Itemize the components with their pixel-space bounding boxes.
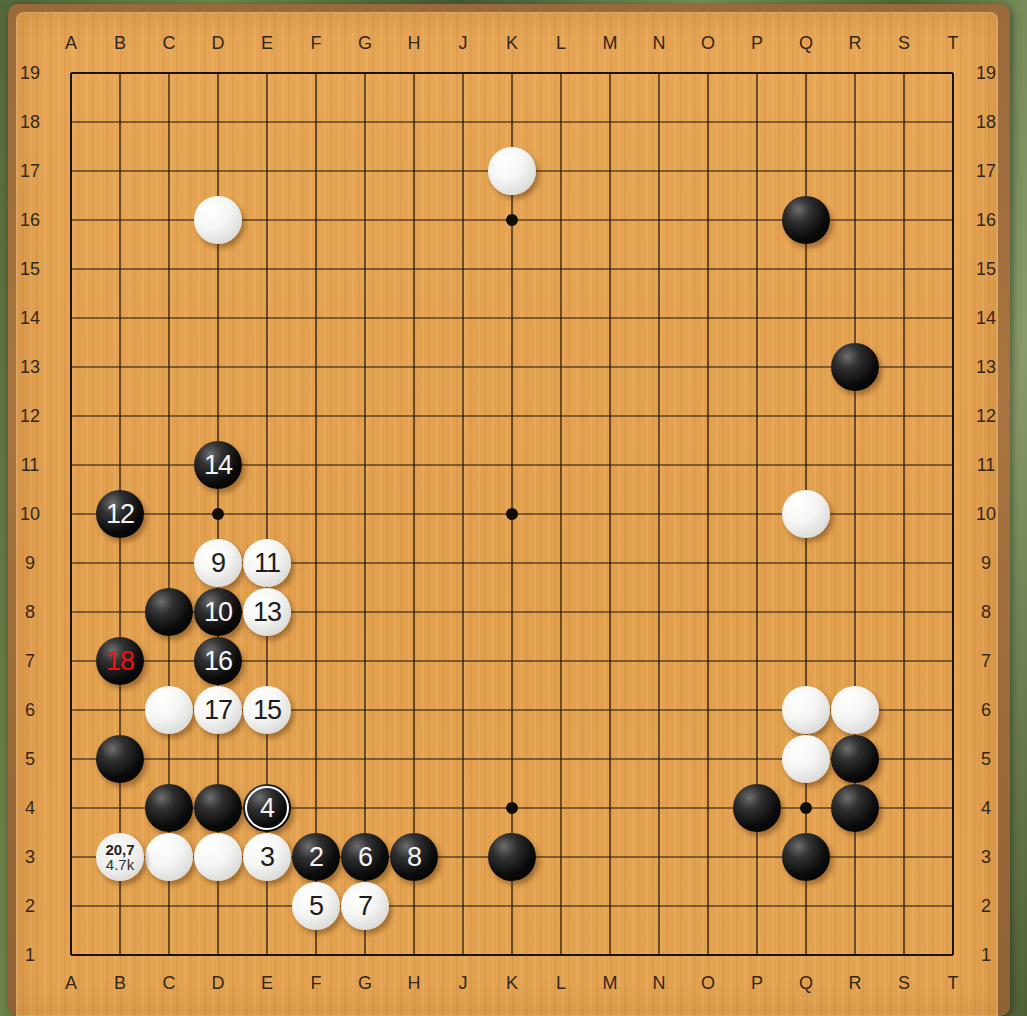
move-number: 10 bbox=[204, 597, 232, 628]
coord-label-right-1: 1 bbox=[981, 945, 991, 966]
ai-winrate-text: 20,7 bbox=[105, 842, 134, 857]
coord-label-top-A: A bbox=[65, 33, 77, 54]
move-11-stone-white-E9[interactable]: 11 bbox=[243, 539, 291, 587]
coord-label-top-O: O bbox=[701, 33, 715, 54]
move-9-stone-white-D9[interactable]: 9 bbox=[194, 539, 242, 587]
coord-label-bottom-A: A bbox=[65, 973, 77, 994]
coord-label-left-19: 19 bbox=[20, 63, 40, 84]
stone-black-R13[interactable] bbox=[831, 343, 879, 391]
stone-black-C8[interactable] bbox=[145, 588, 193, 636]
stone-white-C3[interactable] bbox=[145, 833, 193, 881]
move-number: 14 bbox=[204, 450, 232, 481]
move-number: 13 bbox=[253, 597, 281, 628]
stone-white-Q6[interactable] bbox=[782, 686, 830, 734]
coord-label-left-2: 2 bbox=[25, 896, 35, 917]
coord-label-bottom-T: T bbox=[948, 973, 959, 994]
stone-black-C4[interactable] bbox=[145, 784, 193, 832]
coord-label-left-3: 3 bbox=[25, 847, 35, 868]
stone-black-B5[interactable] bbox=[96, 735, 144, 783]
stone-white-D3[interactable] bbox=[194, 833, 242, 881]
star-point-D10 bbox=[212, 508, 224, 520]
coord-label-right-8: 8 bbox=[981, 602, 991, 623]
coord-label-bottom-M: M bbox=[603, 973, 618, 994]
coord-label-right-11: 11 bbox=[977, 455, 996, 476]
coord-label-top-C: C bbox=[163, 33, 176, 54]
coord-label-bottom-J: J bbox=[459, 973, 468, 994]
coord-label-top-K: K bbox=[506, 33, 518, 54]
stone-white-Q10[interactable] bbox=[782, 490, 830, 538]
coord-label-left-6: 6 bbox=[25, 700, 35, 721]
coord-label-left-8: 8 bbox=[25, 602, 35, 623]
coord-label-bottom-E: E bbox=[261, 973, 273, 994]
coord-label-right-17: 17 bbox=[976, 161, 996, 182]
coord-label-right-2: 2 bbox=[981, 896, 991, 917]
coord-label-left-11: 11 bbox=[21, 455, 40, 476]
move-2-stone-black-F3[interactable]: 2 bbox=[292, 833, 340, 881]
coord-label-top-J: J bbox=[459, 33, 468, 54]
move-4-stone-black-E4[interactable]: 4 bbox=[243, 784, 291, 832]
ai-candidate-move-B3[interactable]: 20,74.7k bbox=[96, 833, 144, 881]
coord-label-bottom-F: F bbox=[311, 973, 322, 994]
coord-label-bottom-L: L bbox=[556, 973, 566, 994]
move-number: 11 bbox=[254, 548, 280, 579]
move-number: 17 bbox=[204, 695, 232, 726]
coord-label-top-S: S bbox=[898, 33, 910, 54]
coord-label-right-13: 13 bbox=[976, 357, 996, 378]
coord-label-bottom-H: H bbox=[408, 973, 421, 994]
coord-label-bottom-D: D bbox=[212, 973, 225, 994]
coord-label-top-M: M bbox=[603, 33, 618, 54]
move-13-stone-white-E8[interactable]: 13 bbox=[243, 588, 291, 636]
coord-label-bottom-P: P bbox=[751, 973, 763, 994]
move-8-stone-black-H3[interactable]: 8 bbox=[390, 833, 438, 881]
move-number: 12 bbox=[106, 499, 134, 530]
stone-black-Q3[interactable] bbox=[782, 833, 830, 881]
coord-label-left-9: 9 bbox=[25, 553, 35, 574]
move-number: 18 bbox=[106, 646, 134, 677]
coord-label-top-P: P bbox=[751, 33, 763, 54]
stone-black-R5[interactable] bbox=[831, 735, 879, 783]
move-number: 7 bbox=[358, 891, 372, 922]
coord-label-bottom-O: O bbox=[701, 973, 715, 994]
coord-label-bottom-K: K bbox=[506, 973, 518, 994]
move-number: 9 bbox=[211, 548, 225, 579]
coord-label-bottom-N: N bbox=[653, 973, 666, 994]
coord-label-left-16: 16 bbox=[20, 210, 40, 231]
move-number: 2 bbox=[309, 842, 323, 873]
coord-label-right-12: 12 bbox=[976, 406, 996, 427]
stone-black-D4[interactable] bbox=[194, 784, 242, 832]
coord-label-left-18: 18 bbox=[20, 112, 40, 133]
stone-black-Q16[interactable] bbox=[782, 196, 830, 244]
move-number: 5 bbox=[309, 891, 323, 922]
coord-label-bottom-G: G bbox=[358, 973, 372, 994]
move-number: 8 bbox=[407, 842, 421, 873]
coord-label-bottom-R: R bbox=[849, 973, 862, 994]
coord-label-top-L: L bbox=[556, 33, 566, 54]
coord-label-top-E: E bbox=[261, 33, 273, 54]
coord-label-right-9: 9 bbox=[981, 553, 991, 574]
move-12-stone-black-B10[interactable]: 12 bbox=[96, 490, 144, 538]
coord-label-right-7: 7 bbox=[981, 651, 991, 672]
move-17-stone-white-D6[interactable]: 17 bbox=[194, 686, 242, 734]
coord-label-top-H: H bbox=[408, 33, 421, 54]
coord-label-right-4: 4 bbox=[981, 798, 991, 819]
move-number: 16 bbox=[204, 646, 232, 677]
coord-label-bottom-S: S bbox=[898, 973, 910, 994]
coord-label-right-10: 10 bbox=[976, 504, 996, 525]
current-move-ring bbox=[245, 786, 289, 830]
coord-label-top-Q: Q bbox=[799, 33, 813, 54]
move-16-stone-black-D7[interactable]: 16 bbox=[194, 637, 242, 685]
stone-white-D16[interactable] bbox=[194, 196, 242, 244]
move-number: 6 bbox=[358, 842, 372, 873]
star-point-Q4 bbox=[800, 802, 812, 814]
coord-label-top-F: F bbox=[311, 33, 322, 54]
move-14-stone-black-D11[interactable]: 14 bbox=[194, 441, 242, 489]
coord-label-right-14: 14 bbox=[976, 308, 996, 329]
stone-black-K3[interactable] bbox=[488, 833, 536, 881]
move-15-stone-white-E6[interactable]: 15 bbox=[243, 686, 291, 734]
coord-label-left-10: 10 bbox=[20, 504, 40, 525]
coord-label-top-D: D bbox=[212, 33, 225, 54]
star-point-K16 bbox=[506, 214, 518, 226]
coord-label-left-4: 4 bbox=[25, 798, 35, 819]
coord-label-top-N: N bbox=[653, 33, 666, 54]
move-7-stone-white-G2[interactable]: 7 bbox=[341, 882, 389, 930]
stone-white-Q5[interactable] bbox=[782, 735, 830, 783]
coord-label-right-5: 5 bbox=[981, 749, 991, 770]
ai-visits-text: 4.7k bbox=[106, 857, 134, 872]
coord-label-left-1: 1 bbox=[25, 945, 35, 966]
stone-white-C6[interactable] bbox=[145, 686, 193, 734]
coord-label-top-G: G bbox=[358, 33, 372, 54]
coord-label-bottom-C: C bbox=[163, 973, 176, 994]
move-6-stone-black-G3[interactable]: 6 bbox=[341, 833, 389, 881]
move-number: 3 bbox=[260, 842, 274, 873]
stone-black-R4[interactable] bbox=[831, 784, 879, 832]
move-number: 15 bbox=[253, 695, 281, 726]
stone-black-P4[interactable] bbox=[733, 784, 781, 832]
coord-label-left-7: 7 bbox=[25, 651, 35, 672]
stone-white-R6[interactable] bbox=[831, 686, 879, 734]
coord-label-right-15: 15 bbox=[976, 259, 996, 280]
go-board-screen: AABBCCDDEEFFGGHHJJKKLLMMNNOOPPQQRRSSTT19… bbox=[0, 0, 1027, 1016]
coord-label-top-T: T bbox=[948, 33, 959, 54]
move-18-stone-black-B7[interactable]: 18 bbox=[96, 637, 144, 685]
move-5-stone-white-F2[interactable]: 5 bbox=[292, 882, 340, 930]
coord-label-bottom-B: B bbox=[114, 973, 126, 994]
coord-label-right-3: 3 bbox=[981, 847, 991, 868]
coord-label-bottom-Q: Q bbox=[799, 973, 813, 994]
move-10-stone-black-D8[interactable]: 10 bbox=[194, 588, 242, 636]
stone-white-K17[interactable] bbox=[488, 147, 536, 195]
coord-label-left-5: 5 bbox=[25, 749, 35, 770]
coord-label-left-17: 17 bbox=[20, 161, 40, 182]
coord-label-left-12: 12 bbox=[20, 406, 40, 427]
coord-label-right-6: 6 bbox=[981, 700, 991, 721]
star-point-K4 bbox=[506, 802, 518, 814]
star-point-K10 bbox=[506, 508, 518, 520]
coord-label-top-R: R bbox=[849, 33, 862, 54]
coord-label-right-18: 18 bbox=[976, 112, 996, 133]
coord-label-left-13: 13 bbox=[20, 357, 40, 378]
coord-label-left-15: 15 bbox=[20, 259, 40, 280]
move-3-stone-white-E3[interactable]: 3 bbox=[243, 833, 291, 881]
coord-label-left-14: 14 bbox=[20, 308, 40, 329]
coord-label-right-19: 19 bbox=[976, 63, 996, 84]
coord-label-right-16: 16 bbox=[976, 210, 996, 231]
coord-label-top-B: B bbox=[114, 33, 126, 54]
